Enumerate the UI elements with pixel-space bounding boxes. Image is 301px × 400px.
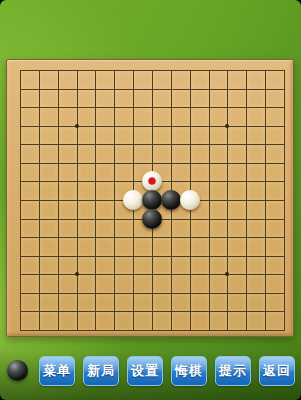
undo-button[interactable]: 悔棋 xyxy=(171,356,207,386)
turn-indicator-stone xyxy=(7,360,28,381)
stones-layer xyxy=(20,70,284,330)
white-stone xyxy=(123,190,143,210)
black-stone xyxy=(142,190,162,210)
white-stone xyxy=(180,190,200,210)
last-move-marker xyxy=(149,178,156,185)
star-point xyxy=(225,124,229,128)
black-stone xyxy=(142,209,162,229)
star-point xyxy=(75,124,79,128)
back-button[interactable]: 返回 xyxy=(259,356,295,386)
toolbar-buttons: 菜单新局设置悔棋提示返回 xyxy=(39,356,295,386)
black-stone xyxy=(161,190,181,210)
new-game-button[interactable]: 新局 xyxy=(83,356,119,386)
gomoku-board[interactable] xyxy=(6,59,294,337)
hint-button[interactable]: 提示 xyxy=(215,356,251,386)
app-screen: 菜单新局设置悔棋提示返回 xyxy=(0,0,301,400)
star-point xyxy=(225,272,229,276)
settings-button[interactable]: 设置 xyxy=(127,356,163,386)
toolbar: 菜单新局设置悔棋提示返回 xyxy=(7,355,299,386)
menu-button[interactable]: 菜单 xyxy=(39,356,75,386)
star-point xyxy=(75,272,79,276)
white-stone xyxy=(142,171,162,191)
